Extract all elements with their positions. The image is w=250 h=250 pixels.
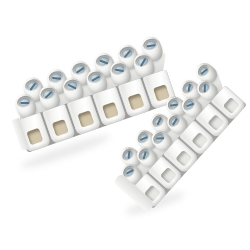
screw-slot — [204, 85, 206, 93]
screw-slot — [146, 44, 155, 47]
wire-hole — [207, 115, 224, 132]
wire-hole — [52, 119, 69, 136]
screw-slot — [52, 77, 61, 80]
wire-hole — [27, 128, 44, 145]
screw-slot — [156, 138, 164, 140]
wire-hole — [77, 110, 94, 127]
screw-slot — [67, 83, 76, 89]
wire-hole — [160, 167, 177, 184]
wire-hole — [175, 150, 192, 167]
wire-hole — [102, 102, 119, 119]
screw-slot — [187, 84, 191, 92]
wire-hole — [128, 93, 145, 110]
screw-slot — [91, 75, 100, 81]
screw-slot — [170, 104, 178, 107]
wire-hole — [191, 132, 208, 149]
product-photo — [0, 0, 250, 250]
screw-slot — [127, 151, 130, 159]
screw-slot — [20, 102, 29, 104]
screw-slot — [115, 68, 124, 72]
screw-slot — [99, 59, 108, 64]
wire-hole — [223, 97, 240, 114]
